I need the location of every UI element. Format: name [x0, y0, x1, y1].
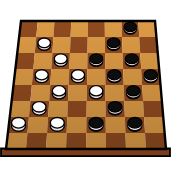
black-checker-piece[interactable] [127, 86, 140, 99]
square-r0c2[interactable] [53, 21, 71, 37]
black-checker-piece[interactable] [125, 54, 138, 67]
square-r0c1[interactable] [36, 21, 54, 37]
square-r5c6[interactable] [124, 101, 144, 117]
square-r2c5[interactable] [105, 53, 123, 69]
square-r4c3[interactable] [68, 85, 87, 101]
square-r7c5[interactable] [106, 133, 126, 149]
white-checker-piece[interactable] [12, 117, 26, 131]
square-r5c4[interactable] [87, 101, 106, 117]
square-r3c6[interactable] [123, 69, 142, 85]
square-r2c7[interactable] [140, 53, 159, 69]
square-r7c2[interactable] [46, 133, 67, 149]
square-r1c7[interactable] [139, 37, 158, 53]
square-r3c4[interactable] [87, 69, 105, 85]
black-checker-piece[interactable] [108, 70, 121, 83]
square-r5c0[interactable] [10, 101, 31, 117]
square-r7c1[interactable] [26, 133, 47, 149]
square-r1c4[interactable] [88, 37, 106, 53]
black-checker-piece[interactable] [144, 70, 157, 83]
square-r4c0[interactable] [12, 85, 32, 101]
square-r0c4[interactable] [88, 21, 105, 37]
square-r6c3[interactable] [67, 117, 87, 133]
white-checker-piece[interactable] [54, 54, 67, 67]
square-r6c1[interactable] [27, 117, 48, 133]
black-checker-piece[interactable] [108, 102, 122, 115]
white-checker-piece[interactable] [32, 102, 46, 115]
square-r7c3[interactable] [66, 133, 86, 149]
white-checker-piece[interactable] [71, 70, 84, 83]
square-r6c5[interactable] [106, 117, 126, 133]
square-r7c7[interactable] [145, 133, 166, 149]
square-r3c0[interactable] [14, 69, 34, 85]
square-r2c1[interactable] [33, 53, 52, 69]
white-checker-piece[interactable] [50, 117, 64, 131]
black-checker-piece[interactable] [90, 54, 103, 67]
white-checker-piece[interactable] [35, 70, 48, 83]
square-r6c7[interactable] [144, 117, 165, 133]
white-checker-piece[interactable] [38, 38, 51, 50]
square-r4c7[interactable] [142, 85, 162, 101]
square-r3c2[interactable] [50, 69, 69, 85]
checkers-board [0, 0, 175, 175]
square-r1c2[interactable] [52, 37, 70, 53]
black-checker-piece[interactable] [128, 117, 142, 131]
square-r7c6[interactable] [125, 133, 146, 149]
black-checker-piece[interactable] [124, 22, 136, 34]
white-checker-piece[interactable] [52, 86, 65, 99]
square-r2c0[interactable] [15, 53, 34, 69]
square-r1c0[interactable] [17, 37, 36, 53]
square-r5c7[interactable] [143, 101, 163, 117]
black-checker-piece[interactable] [89, 117, 103, 131]
square-r7c0[interactable] [6, 133, 27, 149]
square-r2c3[interactable] [69, 53, 87, 69]
square-r0c5[interactable] [105, 21, 122, 37]
square-r1c3[interactable] [70, 37, 88, 53]
square-r0c3[interactable] [71, 21, 88, 37]
square-r0c7[interactable] [138, 21, 156, 37]
square-r7c4[interactable] [86, 133, 106, 149]
square-r4c5[interactable] [105, 85, 124, 101]
square-r5c3[interactable] [67, 101, 86, 117]
white-checker-piece[interactable] [89, 86, 102, 99]
square-r4c1[interactable] [30, 85, 50, 101]
checkers-scene [0, 0, 175, 175]
square-r1c6[interactable] [122, 37, 140, 53]
square-r5c2[interactable] [48, 101, 68, 117]
black-checker-piece[interactable] [107, 38, 120, 50]
